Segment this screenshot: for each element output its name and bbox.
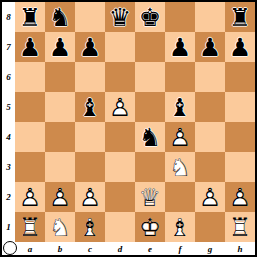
square-a2[interactable]: ♟♙ — [15, 182, 45, 212]
piece-wn-icon: ♘ — [45, 212, 75, 242]
piece-wp-icon: ♙ — [15, 182, 45, 212]
piece-wp-fill: ♟ — [225, 182, 255, 212]
file-label-e: e — [135, 242, 165, 255]
piece-bp-icon: ♟ — [165, 32, 195, 62]
piece-wr-icon: ♖ — [15, 212, 45, 242]
rank-label-3: 3 — [2, 152, 15, 182]
square-d3[interactable] — [105, 152, 135, 182]
square-e7[interactable] — [135, 32, 165, 62]
piece-bp-icon: ♟ — [45, 32, 75, 62]
square-e6[interactable] — [135, 62, 165, 92]
square-f8[interactable] — [165, 2, 195, 32]
square-f2[interactable] — [165, 182, 195, 212]
square-e2[interactable]: ♛♕ — [135, 182, 165, 212]
piece-wp-fill: ♟ — [195, 182, 225, 212]
piece-wp-fill: ♟ — [75, 182, 105, 212]
piece-wb-fill: ♝ — [75, 212, 105, 242]
square-c3[interactable] — [75, 152, 105, 182]
square-a4[interactable] — [15, 122, 45, 152]
file-label-b: b — [45, 242, 75, 255]
rank-label-8: 8 — [2, 2, 15, 32]
piece-wp-fill: ♟ — [45, 182, 75, 212]
rank-label-4: 4 — [2, 122, 15, 152]
square-d8[interactable]: ♛ — [105, 2, 135, 32]
file-label-d: d — [105, 242, 135, 255]
square-b3[interactable] — [45, 152, 75, 182]
rank-label-5: 5 — [2, 92, 15, 122]
piece-wp-icon: ♙ — [165, 122, 195, 152]
rank-label-2: 2 — [2, 182, 15, 212]
piece-bb-icon: ♝ — [165, 92, 195, 122]
rank-label-7: 7 — [2, 32, 15, 62]
file-label-h: h — [225, 242, 255, 255]
square-a8[interactable]: ♜ — [15, 2, 45, 32]
piece-wr-icon: ♖ — [225, 212, 255, 242]
square-h7[interactable]: ♟ — [225, 32, 255, 62]
square-e3[interactable] — [135, 152, 165, 182]
square-d6[interactable] — [105, 62, 135, 92]
square-h1[interactable]: ♜♖ — [225, 212, 255, 242]
square-c2[interactable]: ♟♙ — [75, 182, 105, 212]
square-b7[interactable]: ♟ — [45, 32, 75, 62]
square-e1[interactable]: ♚♔ — [135, 212, 165, 242]
piece-wp-fill: ♟ — [15, 182, 45, 212]
square-d1[interactable] — [105, 212, 135, 242]
square-f4[interactable]: ♟♙ — [165, 122, 195, 152]
piece-wn-fill: ♞ — [165, 152, 195, 182]
piece-wn-fill: ♞ — [45, 212, 75, 242]
square-h8[interactable]: ♜ — [225, 2, 255, 32]
square-e4[interactable]: ♞ — [135, 122, 165, 152]
piece-wk-fill: ♚ — [135, 212, 165, 242]
square-f5[interactable]: ♝ — [165, 92, 195, 122]
piece-wr-fill: ♜ — [225, 212, 255, 242]
square-g3[interactable] — [195, 152, 225, 182]
square-a6[interactable] — [15, 62, 45, 92]
square-h4[interactable] — [225, 122, 255, 152]
square-h5[interactable] — [225, 92, 255, 122]
square-d5[interactable]: ♟♙ — [105, 92, 135, 122]
square-h2[interactable]: ♟♙ — [225, 182, 255, 212]
square-c1[interactable]: ♝♗ — [75, 212, 105, 242]
square-g6[interactable] — [195, 62, 225, 92]
file-label-a: a — [15, 242, 45, 255]
square-d4[interactable] — [105, 122, 135, 152]
piece-bq-icon: ♛ — [105, 2, 135, 32]
chess-board: ♜♞♛♚♜♟♟♟♟♟♟♝♟♙♝♞♟♙♞♘♟♙♟♙♟♙♛♕♟♙♟♙♜♖♞♘♝♗♚♔… — [15, 2, 255, 242]
square-d7[interactable] — [105, 32, 135, 62]
piece-wn-icon: ♘ — [165, 152, 195, 182]
piece-bp-icon: ♟ — [75, 32, 105, 62]
piece-bb-icon: ♝ — [75, 92, 105, 122]
square-b5[interactable] — [45, 92, 75, 122]
square-h3[interactable] — [225, 152, 255, 182]
rank-label-1: 1 — [2, 212, 15, 242]
piece-wr-fill: ♜ — [15, 212, 45, 242]
square-g1[interactable] — [195, 212, 225, 242]
square-a3[interactable] — [15, 152, 45, 182]
piece-wp-icon: ♙ — [195, 182, 225, 212]
piece-wp-fill: ♟ — [165, 122, 195, 152]
square-f7[interactable]: ♟ — [165, 32, 195, 62]
square-a7[interactable]: ♟ — [15, 32, 45, 62]
square-c8[interactable] — [75, 2, 105, 32]
piece-bn-icon: ♞ — [45, 2, 75, 32]
piece-wp-fill: ♟ — [105, 92, 135, 122]
piece-wp-icon: ♙ — [105, 92, 135, 122]
square-c4[interactable] — [75, 122, 105, 152]
square-b2[interactable]: ♟♙ — [45, 182, 75, 212]
square-a1[interactable]: ♜♖ — [15, 212, 45, 242]
square-c5[interactable]: ♝ — [75, 92, 105, 122]
square-e5[interactable] — [135, 92, 165, 122]
rank-label-6: 6 — [2, 62, 15, 92]
file-label-f: f — [165, 242, 195, 255]
piece-bk-icon: ♚ — [135, 2, 165, 32]
square-e8[interactable]: ♚ — [135, 2, 165, 32]
piece-wq-fill: ♛ — [135, 182, 165, 212]
white-to-move-indicator-icon — [3, 241, 17, 255]
piece-bp-icon: ♟ — [15, 32, 45, 62]
piece-wp-icon: ♙ — [45, 182, 75, 212]
piece-wp-icon: ♙ — [225, 182, 255, 212]
square-b4[interactable] — [45, 122, 75, 152]
file-label-c: c — [75, 242, 105, 255]
file-label-g: g — [195, 242, 225, 255]
square-f3[interactable]: ♞♘ — [165, 152, 195, 182]
piece-br-icon: ♜ — [225, 2, 255, 32]
piece-wp-icon: ♙ — [75, 182, 105, 212]
piece-wb-icon: ♗ — [165, 212, 195, 242]
square-g7[interactable]: ♟ — [195, 32, 225, 62]
square-f1[interactable]: ♝♗ — [165, 212, 195, 242]
file-labels: abcdefgh — [15, 242, 255, 255]
piece-bn-icon: ♞ — [135, 122, 165, 152]
piece-br-icon: ♜ — [15, 2, 45, 32]
square-h6[interactable] — [225, 62, 255, 92]
square-g5[interactable] — [195, 92, 225, 122]
piece-wq-icon: ♕ — [135, 182, 165, 212]
square-d2[interactable] — [105, 182, 135, 212]
square-g8[interactable] — [195, 2, 225, 32]
square-g2[interactable]: ♟♙ — [195, 182, 225, 212]
square-b1[interactable]: ♞♘ — [45, 212, 75, 242]
rank-labels: 87654321 — [2, 2, 15, 242]
square-c7[interactable]: ♟ — [75, 32, 105, 62]
board-layout: 87654321 ♜♞♛♚♜♟♟♟♟♟♟♝♟♙♝♞♟♙♞♘♟♙♟♙♟♙♛♕♟♙♟… — [2, 2, 255, 255]
square-f6[interactable] — [165, 62, 195, 92]
square-b8[interactable]: ♞ — [45, 2, 75, 32]
piece-wb-icon: ♗ — [75, 212, 105, 242]
piece-bp-icon: ♟ — [195, 32, 225, 62]
piece-wb-fill: ♝ — [165, 212, 195, 242]
square-b6[interactable] — [45, 62, 75, 92]
square-a5[interactable] — [15, 92, 45, 122]
chess-diagram: 87654321 ♜♞♛♚♜♟♟♟♟♟♟♝♟♙♝♞♟♙♞♘♟♙♟♙♟♙♛♕♟♙♟… — [0, 0, 257, 257]
square-g4[interactable] — [195, 122, 225, 152]
piece-wk-icon: ♔ — [135, 212, 165, 242]
piece-bp-icon: ♟ — [225, 32, 255, 62]
square-c6[interactable] — [75, 62, 105, 92]
